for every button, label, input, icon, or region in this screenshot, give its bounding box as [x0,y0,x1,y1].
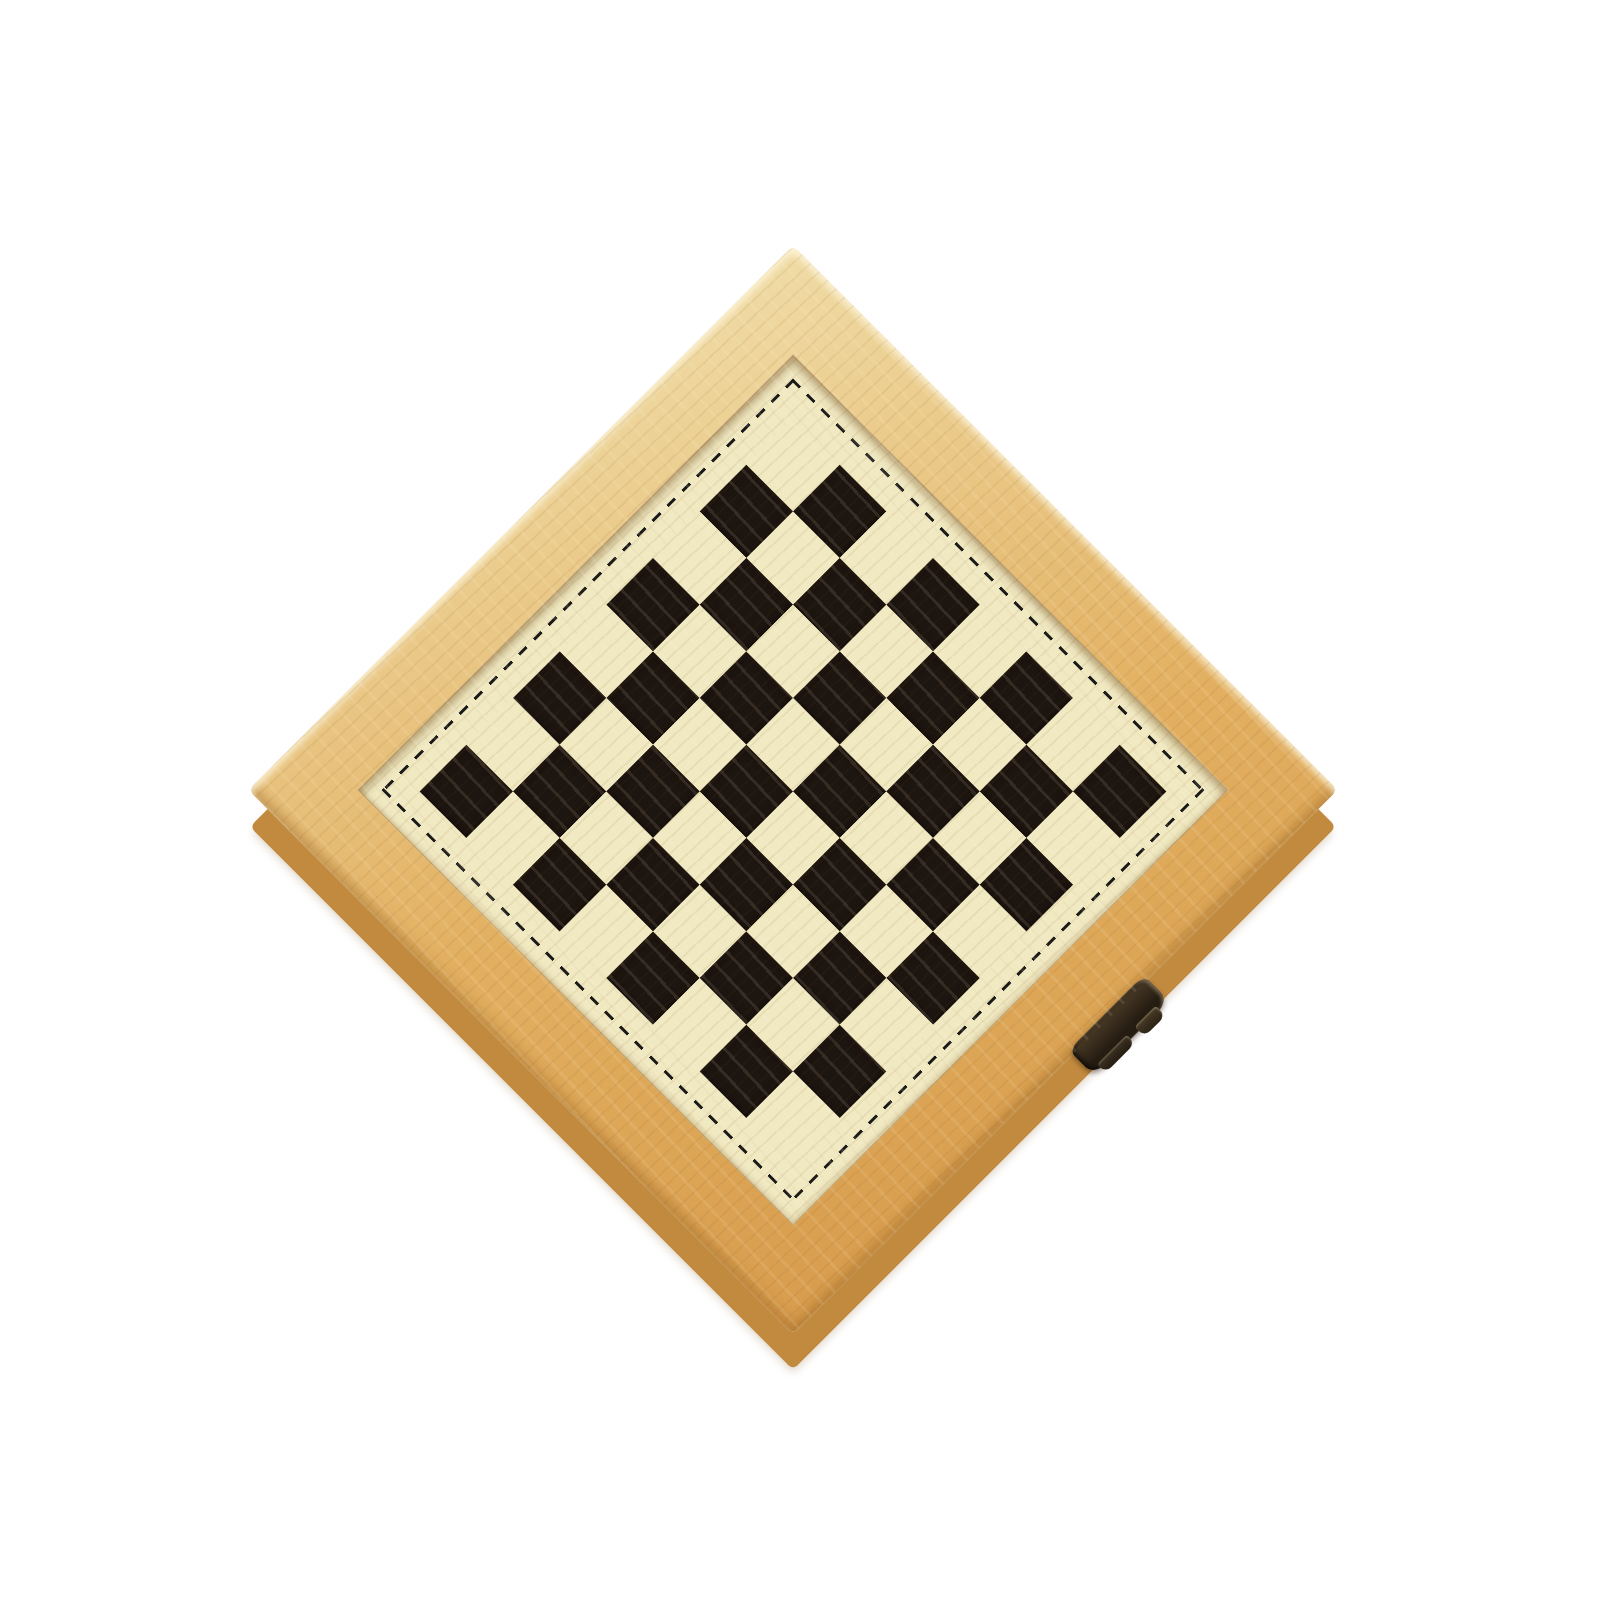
chessboard [420,418,1167,1165]
board-panel [357,354,1228,1225]
latch-clasp [1069,975,1169,1075]
scene [0,0,1600,1600]
wooden-box-lid [249,246,1338,1335]
